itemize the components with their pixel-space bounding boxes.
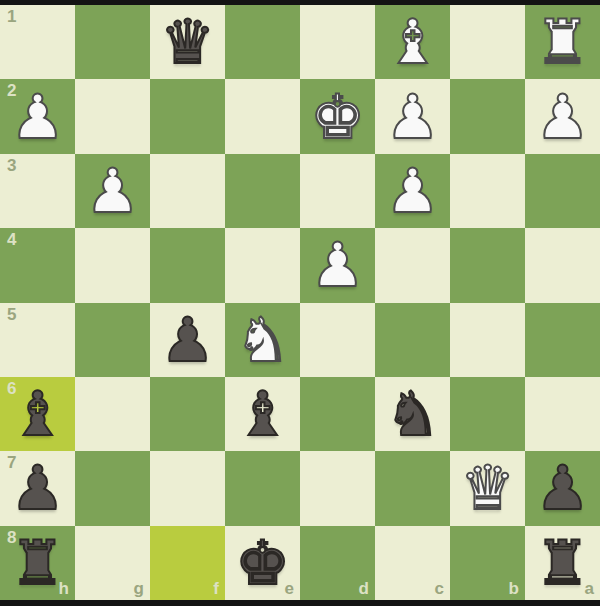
square-e3[interactable] — [225, 154, 300, 228]
square-b1[interactable] — [450, 5, 525, 79]
square-e7[interactable] — [225, 451, 300, 525]
square-d1[interactable] — [300, 5, 375, 79]
rank-label-8: 8 — [7, 529, 16, 546]
white-pawn-icon[interactable]: ♟ — [85, 154, 140, 228]
square-d2[interactable]: ♚ — [300, 79, 375, 153]
black-pawn-icon[interactable]: ♟ — [10, 451, 65, 525]
black-king-icon[interactable]: ♚ — [235, 526, 290, 600]
square-a5[interactable] — [525, 303, 600, 377]
square-f7[interactable] — [150, 451, 225, 525]
black-queen-icon[interactable]: ♛ — [160, 5, 215, 79]
file-label-d: d — [359, 580, 369, 597]
square-b6[interactable] — [450, 377, 525, 451]
file-label-b: b — [509, 580, 519, 597]
rank-label-5: 5 — [7, 306, 16, 323]
chess-app-screen: 1♛♝♜2♟♚♟♟3♟♟4♟5♟♞6♝♝♞7♟♛♟8h♜gfe♚dcba♜ — [0, 0, 600, 606]
square-g2[interactable] — [75, 79, 150, 153]
square-f6[interactable] — [150, 377, 225, 451]
white-knight-icon[interactable]: ♞ — [235, 303, 290, 377]
white-queen-icon[interactable]: ♛ — [460, 451, 515, 525]
square-a6[interactable] — [525, 377, 600, 451]
square-f5[interactable]: ♟ — [150, 303, 225, 377]
square-d5[interactable] — [300, 303, 375, 377]
file-label-f: f — [213, 580, 219, 597]
white-bishop-icon[interactable]: ♝ — [385, 5, 440, 79]
square-d8[interactable]: d — [300, 526, 375, 600]
white-pawn-icon[interactable]: ♟ — [10, 80, 65, 154]
white-pawn-icon[interactable]: ♟ — [385, 154, 440, 228]
square-b5[interactable] — [450, 303, 525, 377]
square-d4[interactable]: ♟ — [300, 228, 375, 302]
square-g3[interactable]: ♟ — [75, 154, 150, 228]
square-a8[interactable]: a♜ — [525, 526, 600, 600]
square-c7[interactable] — [375, 451, 450, 525]
square-b2[interactable] — [450, 79, 525, 153]
square-f2[interactable] — [150, 79, 225, 153]
square-a3[interactable] — [525, 154, 600, 228]
square-c1[interactable]: ♝ — [375, 5, 450, 79]
white-king-icon[interactable]: ♚ — [310, 80, 365, 154]
square-h7[interactable]: 7♟ — [0, 451, 75, 525]
file-label-h: h — [59, 580, 69, 597]
rank-label-3: 3 — [7, 157, 16, 174]
square-b4[interactable] — [450, 228, 525, 302]
square-g6[interactable] — [75, 377, 150, 451]
square-e2[interactable] — [225, 79, 300, 153]
file-label-a: a — [585, 580, 594, 597]
rank-label-7: 7 — [7, 454, 16, 471]
file-label-g: g — [134, 580, 144, 597]
black-bishop-icon[interactable]: ♝ — [235, 377, 290, 451]
black-rook-icon[interactable]: ♜ — [10, 526, 65, 600]
square-c8[interactable]: c — [375, 526, 450, 600]
square-c5[interactable] — [375, 303, 450, 377]
square-h6[interactable]: 6♝ — [0, 377, 75, 451]
square-f3[interactable] — [150, 154, 225, 228]
square-h3[interactable]: 3 — [0, 154, 75, 228]
square-e4[interactable] — [225, 228, 300, 302]
black-knight-icon[interactable]: ♞ — [385, 377, 440, 451]
square-d7[interactable] — [300, 451, 375, 525]
square-e8[interactable]: e♚ — [225, 526, 300, 600]
chess-board: 1♛♝♜2♟♚♟♟3♟♟4♟5♟♞6♝♝♞7♟♛♟8h♜gfe♚dcba♜ — [0, 5, 600, 600]
square-g1[interactable] — [75, 5, 150, 79]
square-a7[interactable]: ♟ — [525, 451, 600, 525]
square-a4[interactable] — [525, 228, 600, 302]
square-h2[interactable]: 2♟ — [0, 79, 75, 153]
square-a1[interactable]: ♜ — [525, 5, 600, 79]
square-g8[interactable]: g — [75, 526, 150, 600]
square-d3[interactable] — [300, 154, 375, 228]
square-c2[interactable]: ♟ — [375, 79, 450, 153]
square-g4[interactable] — [75, 228, 150, 302]
square-h8[interactable]: 8h♜ — [0, 526, 75, 600]
square-g5[interactable] — [75, 303, 150, 377]
square-f1[interactable]: ♛ — [150, 5, 225, 79]
rank-label-2: 2 — [7, 82, 16, 99]
square-h5[interactable]: 5 — [0, 303, 75, 377]
square-b7[interactable]: ♛ — [450, 451, 525, 525]
square-c4[interactable] — [375, 228, 450, 302]
white-rook-icon[interactable]: ♜ — [535, 5, 590, 79]
black-bishop-icon[interactable]: ♝ — [10, 377, 65, 451]
square-e6[interactable]: ♝ — [225, 377, 300, 451]
square-h4[interactable]: 4 — [0, 228, 75, 302]
square-f4[interactable] — [150, 228, 225, 302]
square-c3[interactable]: ♟ — [375, 154, 450, 228]
square-b3[interactable] — [450, 154, 525, 228]
rank-label-6: 6 — [7, 380, 16, 397]
square-h1[interactable]: 1 — [0, 5, 75, 79]
rank-label-1: 1 — [7, 8, 16, 25]
black-rook-icon[interactable]: ♜ — [535, 526, 590, 600]
square-f8[interactable]: f — [150, 526, 225, 600]
square-b8[interactable]: b — [450, 526, 525, 600]
square-a2[interactable]: ♟ — [525, 79, 600, 153]
square-d6[interactable] — [300, 377, 375, 451]
white-pawn-icon[interactable]: ♟ — [535, 80, 590, 154]
white-pawn-icon[interactable]: ♟ — [310, 228, 365, 302]
black-pawn-icon[interactable]: ♟ — [160, 303, 215, 377]
square-g7[interactable] — [75, 451, 150, 525]
file-label-c: c — [435, 580, 444, 597]
square-e1[interactable] — [225, 5, 300, 79]
square-c6[interactable]: ♞ — [375, 377, 450, 451]
square-e5[interactable]: ♞ — [225, 303, 300, 377]
rank-label-4: 4 — [7, 231, 16, 248]
white-pawn-icon[interactable]: ♟ — [385, 80, 440, 154]
file-label-e: e — [285, 580, 294, 597]
black-pawn-icon[interactable]: ♟ — [535, 451, 590, 525]
